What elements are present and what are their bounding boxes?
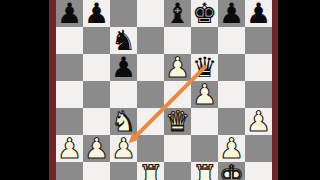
square-f7[interactable]: ♚ bbox=[191, 0, 218, 27]
piece-white-pawn-h3[interactable]: ♟ bbox=[246, 108, 271, 135]
piece-black-pawn-b7[interactable]: ♟ bbox=[84, 0, 109, 27]
square-b7[interactable]: ♟ bbox=[83, 0, 110, 27]
square-g7[interactable]: ♟ bbox=[218, 0, 245, 27]
square-e4[interactable] bbox=[164, 81, 191, 108]
square-f5[interactable]: ♛ bbox=[191, 54, 218, 81]
piece-white-rook-d1[interactable]: ♜ bbox=[138, 162, 163, 180]
square-g5[interactable] bbox=[218, 54, 245, 81]
piece-white-pawn-c2[interactable]: ♟ bbox=[111, 135, 136, 162]
square-c4[interactable] bbox=[110, 81, 137, 108]
square-h1[interactable] bbox=[245, 162, 272, 180]
square-d2[interactable] bbox=[137, 135, 164, 162]
square-d6[interactable] bbox=[137, 27, 164, 54]
square-h5[interactable] bbox=[245, 54, 272, 81]
piece-white-pawn-e5[interactable]: ♟ bbox=[165, 54, 190, 81]
piece-white-queen-e3[interactable]: ♛ bbox=[165, 108, 190, 135]
square-e5[interactable]: ♟ bbox=[164, 54, 191, 81]
board-grid: ♟♟♝♚♟♟♞♟♟♛♟♞♛♟♟♟♟♟♜♜♚ bbox=[56, 0, 272, 180]
piece-white-pawn-g2[interactable]: ♟ bbox=[219, 135, 244, 162]
square-c2[interactable]: ♟ bbox=[110, 135, 137, 162]
square-c7[interactable] bbox=[110, 0, 137, 27]
square-a5[interactable] bbox=[56, 54, 83, 81]
piece-white-pawn-f4[interactable]: ♟ bbox=[192, 81, 217, 108]
piece-black-pawn-a7[interactable]: ♟ bbox=[57, 0, 82, 27]
chess-board[interactable]: ♟♟♝♚♟♟♞♟♟♛♟♞♛♟♟♟♟♟♜♜♚ bbox=[49, 0, 278, 180]
square-h3[interactable]: ♟ bbox=[245, 108, 272, 135]
square-e1[interactable] bbox=[164, 162, 191, 180]
square-f2[interactable] bbox=[191, 135, 218, 162]
piece-white-pawn-b2[interactable]: ♟ bbox=[84, 135, 109, 162]
square-a7[interactable]: ♟ bbox=[56, 0, 83, 27]
square-a4[interactable] bbox=[56, 81, 83, 108]
square-d3[interactable] bbox=[137, 108, 164, 135]
square-h6[interactable] bbox=[245, 27, 272, 54]
square-e2[interactable] bbox=[164, 135, 191, 162]
square-c3[interactable]: ♞ bbox=[110, 108, 137, 135]
square-d4[interactable] bbox=[137, 81, 164, 108]
square-g4[interactable] bbox=[218, 81, 245, 108]
square-g1[interactable]: ♚ bbox=[218, 162, 245, 180]
square-c1[interactable] bbox=[110, 162, 137, 180]
piece-black-knight-c6[interactable]: ♞ bbox=[111, 27, 136, 54]
square-f1[interactable]: ♜ bbox=[191, 162, 218, 180]
square-f6[interactable] bbox=[191, 27, 218, 54]
piece-white-rook-f1[interactable]: ♜ bbox=[192, 162, 217, 180]
square-e3[interactable]: ♛ bbox=[164, 108, 191, 135]
piece-black-king-f7[interactable]: ♚ bbox=[192, 0, 217, 27]
square-e7[interactable]: ♝ bbox=[164, 0, 191, 27]
piece-white-king-g1[interactable]: ♚ bbox=[219, 162, 244, 180]
square-c6[interactable]: ♞ bbox=[110, 27, 137, 54]
square-e6[interactable] bbox=[164, 27, 191, 54]
square-g6[interactable] bbox=[218, 27, 245, 54]
video-frame: ♟♟♝♚♟♟♞♟♟♛♟♞♛♟♟♟♟♟♜♜♚ bbox=[0, 0, 320, 180]
square-d7[interactable] bbox=[137, 0, 164, 27]
square-b6[interactable] bbox=[83, 27, 110, 54]
square-b2[interactable]: ♟ bbox=[83, 135, 110, 162]
square-c5[interactable]: ♟ bbox=[110, 54, 137, 81]
piece-white-knight-c3[interactable]: ♞ bbox=[111, 108, 136, 135]
square-h2[interactable] bbox=[245, 135, 272, 162]
square-b4[interactable] bbox=[83, 81, 110, 108]
piece-black-queen-f5[interactable]: ♛ bbox=[192, 54, 217, 81]
square-f3[interactable] bbox=[191, 108, 218, 135]
square-h4[interactable] bbox=[245, 81, 272, 108]
square-h7[interactable]: ♟ bbox=[245, 0, 272, 27]
piece-white-pawn-a2[interactable]: ♟ bbox=[57, 135, 82, 162]
square-a2[interactable]: ♟ bbox=[56, 135, 83, 162]
square-a1[interactable] bbox=[56, 162, 83, 180]
square-f4[interactable]: ♟ bbox=[191, 81, 218, 108]
square-g3[interactable] bbox=[218, 108, 245, 135]
square-a3[interactable] bbox=[56, 108, 83, 135]
piece-black-pawn-g7[interactable]: ♟ bbox=[219, 0, 244, 27]
square-b5[interactable] bbox=[83, 54, 110, 81]
square-d5[interactable] bbox=[137, 54, 164, 81]
square-g2[interactable]: ♟ bbox=[218, 135, 245, 162]
square-b1[interactable] bbox=[83, 162, 110, 180]
piece-black-pawn-c5[interactable]: ♟ bbox=[111, 54, 136, 81]
piece-black-pawn-h7[interactable]: ♟ bbox=[246, 0, 271, 27]
square-a6[interactable] bbox=[56, 27, 83, 54]
piece-black-bishop-e7[interactable]: ♝ bbox=[165, 0, 190, 27]
square-b3[interactable] bbox=[83, 108, 110, 135]
square-d1[interactable]: ♜ bbox=[137, 162, 164, 180]
